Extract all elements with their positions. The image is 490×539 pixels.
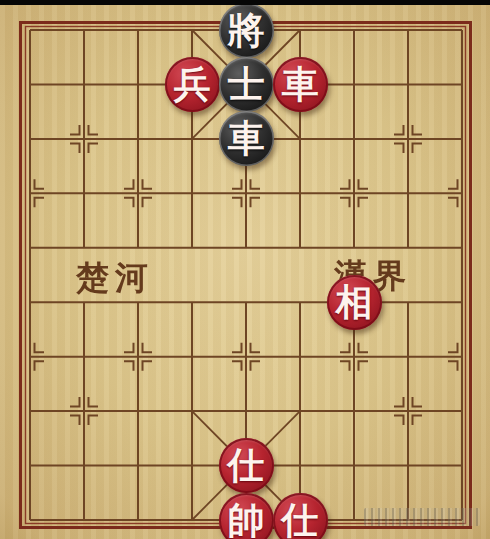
watermark	[364, 508, 480, 526]
piece-red-soldier[interactable]: 兵	[165, 57, 220, 112]
top-letterbox-bar	[0, 0, 490, 5]
xiangqi-app-screenshot: 楚河 漢界 將兵士車車相仕帥仕	[0, 0, 490, 539]
piece-red-advisor[interactable]: 仕	[219, 438, 274, 493]
piece-black-advisor[interactable]: 士	[219, 57, 274, 112]
piece-black-general[interactable]: 將	[219, 3, 274, 58]
piece-red-general[interactable]: 帥	[219, 493, 274, 539]
piece-red-advisor[interactable]: 仕	[273, 493, 328, 539]
pieces-layer: 將兵士車車相仕帥仕	[0, 0, 490, 539]
piece-red-chariot[interactable]: 車	[273, 57, 328, 112]
piece-red-elephant[interactable]: 相	[327, 275, 382, 330]
piece-black-chariot[interactable]: 車	[219, 111, 274, 166]
